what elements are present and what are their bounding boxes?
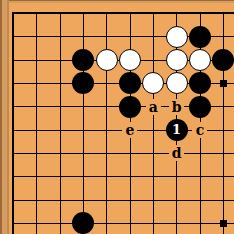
- intersection: [188, 142, 211, 165]
- intersection: [118, 25, 141, 48]
- intersection: [72, 165, 95, 188]
- intersection: [118, 72, 141, 95]
- intersection: [72, 72, 95, 95]
- black-stone[interactable]: [189, 26, 211, 48]
- point-label-b: b: [169, 99, 184, 115]
- intersection: [48, 165, 71, 188]
- intersection: [165, 25, 188, 48]
- intersection: [95, 118, 118, 141]
- black-stone[interactable]: [189, 96, 211, 118]
- intersection: [212, 212, 234, 234]
- intersection: [25, 72, 48, 95]
- intersection: [72, 118, 95, 141]
- white-stone[interactable]: [166, 49, 188, 71]
- black-stone[interactable]: [72, 49, 94, 71]
- black-stone[interactable]: [189, 72, 211, 94]
- intersection: [118, 2, 141, 25]
- intersection: [25, 118, 48, 141]
- intersection: [188, 72, 211, 95]
- intersection: [212, 25, 234, 48]
- intersection: [95, 48, 118, 71]
- intersection: [72, 95, 95, 118]
- intersection: [48, 2, 71, 25]
- intersection: [25, 212, 48, 234]
- intersection: [118, 188, 141, 211]
- intersection: [95, 2, 118, 25]
- intersection: [142, 142, 165, 165]
- intersection: [142, 25, 165, 48]
- intersection: [95, 72, 118, 95]
- intersection: [48, 142, 71, 165]
- intersection: [95, 25, 118, 48]
- intersection: [142, 72, 165, 95]
- intersection: [95, 95, 118, 118]
- intersection: [188, 212, 211, 234]
- intersection: [165, 188, 188, 211]
- board-intersections: abe1cd: [2, 2, 234, 234]
- intersection: [212, 142, 234, 165]
- intersection: [118, 212, 141, 234]
- intersection: [95, 142, 118, 165]
- intersection: [72, 48, 95, 71]
- intersection: [165, 165, 188, 188]
- intersection: [118, 48, 141, 71]
- intersection: [25, 2, 48, 25]
- white-stone[interactable]: [166, 72, 188, 94]
- intersection: [95, 188, 118, 211]
- black-stone[interactable]: [72, 72, 94, 94]
- black-stone-move-1[interactable]: 1: [166, 119, 188, 141]
- black-stone[interactable]: [119, 72, 141, 94]
- intersection: [188, 48, 211, 71]
- intersection: d: [165, 142, 188, 165]
- intersection: [212, 2, 234, 25]
- intersection: [165, 212, 188, 234]
- black-stone[interactable]: [119, 96, 141, 118]
- intersection: [72, 2, 95, 25]
- intersection: [72, 25, 95, 48]
- intersection: [2, 48, 25, 71]
- intersection: [188, 25, 211, 48]
- intersection: [188, 2, 211, 25]
- intersection: [72, 188, 95, 211]
- intersection: [212, 118, 234, 141]
- intersection: [48, 25, 71, 48]
- intersection: [72, 212, 95, 234]
- point-label-d: d: [169, 145, 184, 161]
- intersection: [2, 95, 25, 118]
- move-number-label: 1: [172, 123, 181, 136]
- intersection: [165, 48, 188, 71]
- intersection: [188, 165, 211, 188]
- intersection: [212, 165, 234, 188]
- intersection: [142, 2, 165, 25]
- intersection: [48, 72, 71, 95]
- intersection: a: [142, 95, 165, 118]
- intersection: [142, 165, 165, 188]
- intersection: [212, 72, 234, 95]
- intersection: [2, 142, 25, 165]
- intersection: [95, 212, 118, 234]
- intersection: [48, 118, 71, 141]
- intersection: [2, 25, 25, 48]
- white-stone[interactable]: [142, 72, 164, 94]
- intersection: [142, 212, 165, 234]
- white-stone[interactable]: [189, 49, 211, 71]
- intersection: [188, 188, 211, 211]
- point-label-e: e: [122, 122, 137, 138]
- star-point-marker: [220, 80, 227, 87]
- intersection: [212, 48, 234, 71]
- point-label-c: c: [192, 122, 207, 138]
- intersection: [142, 48, 165, 71]
- intersection: e: [118, 118, 141, 141]
- intersection: 1: [165, 118, 188, 141]
- white-stone[interactable]: [96, 49, 118, 71]
- intersection: [25, 48, 48, 71]
- intersection: [165, 72, 188, 95]
- intersection: c: [188, 118, 211, 141]
- intersection: [2, 188, 25, 211]
- intersection: [2, 118, 25, 141]
- white-stone[interactable]: [119, 49, 141, 71]
- intersection: [118, 142, 141, 165]
- intersection: [25, 25, 48, 48]
- intersection: [48, 188, 71, 211]
- intersection: [212, 188, 234, 211]
- intersection: [25, 188, 48, 211]
- intersection: [118, 165, 141, 188]
- intersection: [165, 2, 188, 25]
- black-stone[interactable]: [72, 212, 94, 234]
- star-point-marker: [220, 220, 227, 227]
- black-stone[interactable]: [212, 49, 234, 71]
- intersection: [72, 142, 95, 165]
- intersection: [48, 95, 71, 118]
- intersection: [118, 95, 141, 118]
- intersection: [48, 212, 71, 234]
- intersection: [142, 188, 165, 211]
- go-board: abe1cd: [0, 0, 234, 234]
- intersection: [2, 165, 25, 188]
- intersection: [212, 95, 234, 118]
- intersection: [2, 2, 25, 25]
- intersection: [48, 48, 71, 71]
- intersection: [25, 142, 48, 165]
- white-stone[interactable]: [166, 26, 188, 48]
- point-label-a: a: [146, 99, 161, 115]
- intersection: [25, 95, 48, 118]
- intersection: b: [165, 95, 188, 118]
- intersection: [142, 118, 165, 141]
- intersection: [2, 212, 25, 234]
- intersection: [25, 165, 48, 188]
- intersection: [188, 95, 211, 118]
- intersection: [2, 72, 25, 95]
- intersection: [95, 165, 118, 188]
